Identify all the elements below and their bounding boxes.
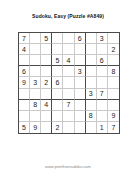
cell-r2c2 [30, 44, 41, 55]
page-title: Sudoku, Easy (Puzzle #A849) [0, 13, 136, 19]
cell-r5c7 [86, 77, 97, 88]
cell-r7c1 [19, 100, 30, 111]
cell-r8c1 [19, 111, 30, 122]
cell-r4c3 [41, 66, 52, 77]
cell-r4c7 [86, 66, 97, 77]
cell-r9c1: 5 [19, 122, 30, 133]
cell-r4c2 [30, 66, 41, 77]
cell-r7c7 [86, 100, 97, 111]
cell-r3c8: 6 [97, 55, 108, 66]
cell-r4c5 [63, 66, 74, 77]
cell-r8c6 [75, 111, 86, 122]
cell-r8c8 [97, 111, 108, 122]
cell-r1c2 [30, 33, 41, 44]
cell-r7c3: 4 [41, 100, 52, 111]
footer-url: www.printfreesudoku.com [0, 164, 136, 169]
cell-r8c4 [52, 111, 63, 122]
cell-r8c7: 8 [86, 111, 97, 122]
cell-r6c5 [63, 89, 74, 100]
cell-r5c2: 3 [30, 77, 41, 88]
cell-r8c9: 9 [108, 111, 119, 122]
cell-r4c4 [52, 66, 63, 77]
cell-r6c9 [108, 89, 119, 100]
cell-r6c7: 3 [86, 89, 97, 100]
cell-r2c3 [41, 44, 52, 55]
cell-r9c7 [86, 122, 97, 133]
cell-r7c2: 8 [30, 100, 41, 111]
sudoku-board: 7563425466389326378478959217 [18, 32, 120, 134]
cell-r6c4 [52, 89, 63, 100]
cell-r1c8: 3 [97, 33, 108, 44]
cell-r5c9 [108, 77, 119, 88]
cell-r1c7 [86, 33, 97, 44]
cell-r9c4: 2 [52, 122, 63, 133]
cell-r6c2 [30, 89, 41, 100]
cell-r1c9 [108, 33, 119, 44]
cell-r5c6 [75, 77, 86, 88]
sudoku-page: Sudoku, Easy (Puzzle #A849) 756342546638… [0, 0, 136, 176]
cell-r4c1: 6 [19, 66, 30, 77]
cell-r3c1 [19, 55, 30, 66]
cell-r9c5 [63, 122, 74, 133]
cell-r4c8 [97, 66, 108, 77]
cell-r6c6 [75, 89, 86, 100]
cell-r9c3 [41, 122, 52, 133]
cell-r7c5: 7 [63, 100, 74, 111]
cell-r3c9 [108, 55, 119, 66]
cell-r5c4: 6 [52, 77, 63, 88]
cell-r3c2 [30, 55, 41, 66]
cell-r2c4 [52, 44, 63, 55]
cell-r3c6 [75, 55, 86, 66]
cell-r6c1 [19, 89, 30, 100]
cell-r1c4 [52, 33, 63, 44]
cell-r2c9: 2 [108, 44, 119, 55]
cell-r1c1: 7 [19, 33, 30, 44]
cell-r3c5: 4 [63, 55, 74, 66]
cell-r2c5 [63, 44, 74, 55]
cell-r9c6 [75, 122, 86, 133]
cell-r6c8: 7 [97, 89, 108, 100]
cell-r1c5 [63, 33, 74, 44]
cell-r3c3 [41, 55, 52, 66]
cell-r9c9: 7 [108, 122, 119, 133]
cell-r7c6 [75, 100, 86, 111]
cell-r5c8 [97, 77, 108, 88]
cell-r2c6 [75, 44, 86, 55]
cell-r3c7 [86, 55, 97, 66]
cell-r2c1: 4 [19, 44, 30, 55]
cell-r7c8 [97, 100, 108, 111]
cell-r1c6: 6 [75, 33, 86, 44]
cell-r2c7 [86, 44, 97, 55]
cell-r9c8: 1 [97, 122, 108, 133]
cell-r6c3 [41, 89, 52, 100]
cell-r5c3: 2 [41, 77, 52, 88]
cell-r5c1: 9 [19, 77, 30, 88]
cell-r9c2: 9 [30, 122, 41, 133]
cell-r2c8 [97, 44, 108, 55]
cell-r5c5 [63, 77, 74, 88]
cell-r7c4 [52, 100, 63, 111]
cell-r1c3: 5 [41, 33, 52, 44]
cell-r7c9 [108, 100, 119, 111]
cell-r4c6: 3 [75, 66, 86, 77]
cell-r3c4: 5 [52, 55, 63, 66]
cell-r8c2 [30, 111, 41, 122]
cell-r4c9: 8 [108, 66, 119, 77]
cell-r8c5 [63, 111, 74, 122]
cell-r8c3 [41, 111, 52, 122]
